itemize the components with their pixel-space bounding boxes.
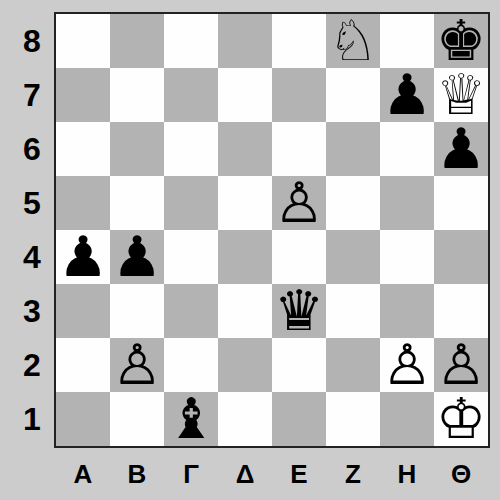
file-label-g: Η	[380, 452, 434, 496]
square-f2[interactable]	[326, 338, 380, 392]
rank-label-3: 3	[10, 284, 54, 338]
square-a1[interactable]	[56, 392, 110, 446]
square-c2[interactable]	[164, 338, 218, 392]
square-h6[interactable]: ♟	[434, 122, 488, 176]
file-label-c: Γ	[164, 452, 218, 496]
file-label-e: Ε	[272, 452, 326, 496]
square-f4[interactable]	[326, 230, 380, 284]
square-f5[interactable]	[326, 176, 380, 230]
chess-board: ♘♚♟♕♟♙♟♟♛♙♙♙♝♔	[54, 12, 490, 448]
square-a3[interactable]	[56, 284, 110, 338]
rank-labels: 87654321	[10, 14, 54, 446]
square-b5[interactable]	[110, 176, 164, 230]
square-e7[interactable]	[272, 68, 326, 122]
square-e2[interactable]	[272, 338, 326, 392]
square-h3[interactable]	[434, 284, 488, 338]
square-d7[interactable]	[218, 68, 272, 122]
square-b7[interactable]	[110, 68, 164, 122]
square-g1[interactable]	[380, 392, 434, 446]
file-label-d: Δ	[218, 452, 272, 496]
file-label-h: Θ	[434, 452, 488, 496]
white-king-piece: ♔	[436, 392, 486, 446]
rank-label-5: 5	[10, 176, 54, 230]
square-h8[interactable]: ♚	[434, 14, 488, 68]
square-f1[interactable]	[326, 392, 380, 446]
file-label-b: Β	[110, 452, 164, 496]
black-pawn-piece: ♟	[112, 230, 162, 284]
square-g5[interactable]	[380, 176, 434, 230]
square-d3[interactable]	[218, 284, 272, 338]
square-d5[interactable]	[218, 176, 272, 230]
square-a7[interactable]	[56, 68, 110, 122]
black-pawn-piece: ♟	[58, 230, 108, 284]
square-d6[interactable]	[218, 122, 272, 176]
square-d1[interactable]	[218, 392, 272, 446]
square-h2[interactable]: ♙	[434, 338, 488, 392]
white-pawn-piece: ♙	[274, 176, 324, 230]
square-b8[interactable]	[110, 14, 164, 68]
square-b1[interactable]	[110, 392, 164, 446]
square-e5[interactable]: ♙	[272, 176, 326, 230]
square-d8[interactable]	[218, 14, 272, 68]
file-label-a: Α	[56, 452, 110, 496]
square-a6[interactable]	[56, 122, 110, 176]
square-b3[interactable]	[110, 284, 164, 338]
square-g6[interactable]	[380, 122, 434, 176]
square-e1[interactable]	[272, 392, 326, 446]
square-c3[interactable]	[164, 284, 218, 338]
rank-label-2: 2	[10, 338, 54, 392]
white-knight-piece: ♘	[328, 14, 378, 68]
square-h7[interactable]: ♕	[434, 68, 488, 122]
white-pawn-piece: ♙	[382, 338, 432, 392]
rank-label-6: 6	[10, 122, 54, 176]
square-g3[interactable]	[380, 284, 434, 338]
square-h5[interactable]	[434, 176, 488, 230]
square-f7[interactable]	[326, 68, 380, 122]
square-e3[interactable]: ♛	[272, 284, 326, 338]
square-d2[interactable]	[218, 338, 272, 392]
square-c4[interactable]	[164, 230, 218, 284]
black-pawn-piece: ♟	[436, 122, 486, 176]
file-labels: ΑΒΓΔΕΖΗΘ	[56, 452, 488, 496]
black-pawn-piece: ♟	[382, 68, 432, 122]
square-g2[interactable]: ♙	[380, 338, 434, 392]
square-b6[interactable]	[110, 122, 164, 176]
rank-label-1: 1	[10, 392, 54, 446]
chess-diagram-page: 87654321 ♘♚♟♕♟♙♟♟♛♙♙♙♝♔ ΑΒΓΔΕΖΗΘ	[0, 0, 500, 500]
square-h4[interactable]	[434, 230, 488, 284]
rank-label-7: 7	[10, 68, 54, 122]
square-c6[interactable]	[164, 122, 218, 176]
square-a8[interactable]	[56, 14, 110, 68]
square-b2[interactable]: ♙	[110, 338, 164, 392]
square-c5[interactable]	[164, 176, 218, 230]
square-f3[interactable]	[326, 284, 380, 338]
square-f6[interactable]	[326, 122, 380, 176]
square-c8[interactable]	[164, 14, 218, 68]
square-g8[interactable]	[380, 14, 434, 68]
file-label-f: Ζ	[326, 452, 380, 496]
white-queen-piece: ♕	[436, 68, 486, 122]
white-pawn-piece: ♙	[112, 338, 162, 392]
white-pawn-piece: ♙	[436, 338, 486, 392]
square-a4[interactable]: ♟	[56, 230, 110, 284]
rank-label-4: 4	[10, 230, 54, 284]
square-h1[interactable]: ♔	[434, 392, 488, 446]
rank-label-8: 8	[10, 14, 54, 68]
black-king-piece: ♚	[436, 14, 486, 68]
square-f8[interactable]: ♘	[326, 14, 380, 68]
square-c1[interactable]: ♝	[164, 392, 218, 446]
square-d4[interactable]	[218, 230, 272, 284]
square-a2[interactable]	[56, 338, 110, 392]
square-a5[interactable]	[56, 176, 110, 230]
black-bishop-piece: ♝	[166, 392, 216, 446]
square-g7[interactable]: ♟	[380, 68, 434, 122]
square-e4[interactable]	[272, 230, 326, 284]
black-queen-piece: ♛	[274, 284, 324, 338]
square-b4[interactable]: ♟	[110, 230, 164, 284]
square-g4[interactable]	[380, 230, 434, 284]
square-c7[interactable]	[164, 68, 218, 122]
square-e8[interactable]	[272, 14, 326, 68]
square-e6[interactable]	[272, 122, 326, 176]
